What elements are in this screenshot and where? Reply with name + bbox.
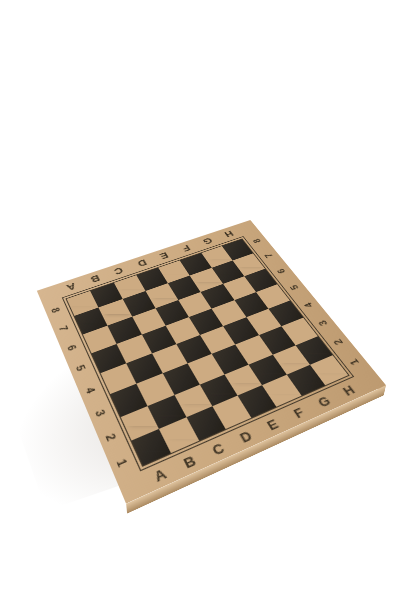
file-label-d: D — [135, 258, 148, 269]
rank-label-1: 1 — [115, 457, 131, 469]
file-label-g: G — [315, 393, 333, 410]
rank-label-3: 3 — [93, 407, 108, 417]
file-label-a: A — [151, 465, 168, 485]
file-label-c: C — [112, 265, 125, 276]
rank-label-8: 8 — [251, 237, 263, 243]
file-label-h: H — [340, 383, 358, 399]
rank-label-5: 5 — [288, 284, 301, 291]
rank-label-7: 7 — [57, 324, 70, 332]
file-label-e: E — [158, 250, 170, 261]
file-label-h: H — [222, 229, 235, 239]
file-label-f: F — [291, 405, 307, 421]
file-label-f: F — [180, 243, 192, 253]
rank-label-5: 5 — [74, 363, 88, 372]
file-label-b: B — [181, 453, 199, 472]
rank-label-4: 4 — [302, 301, 315, 309]
rank-label-2: 2 — [104, 432, 119, 443]
rank-label-7: 7 — [263, 252, 275, 259]
rank-label-8: 8 — [50, 306, 63, 314]
white-rook-icon: ♜ — [127, 398, 179, 453]
file-label-g: G — [201, 236, 215, 247]
rank-label-6: 6 — [66, 343, 80, 352]
rank-label-4: 4 — [84, 385, 98, 395]
file-label-c: C — [209, 440, 227, 459]
product-photo-scene: ABCDEFGH ABCDEFGH 87654321 87654321 ♜♞♝♛… — [0, 0, 400, 600]
rank-label-6: 6 — [275, 268, 287, 275]
file-label-b: B — [89, 273, 102, 285]
file-label-e: E — [264, 416, 281, 433]
file-label-a: A — [65, 281, 78, 293]
file-label-d: D — [237, 428, 255, 446]
